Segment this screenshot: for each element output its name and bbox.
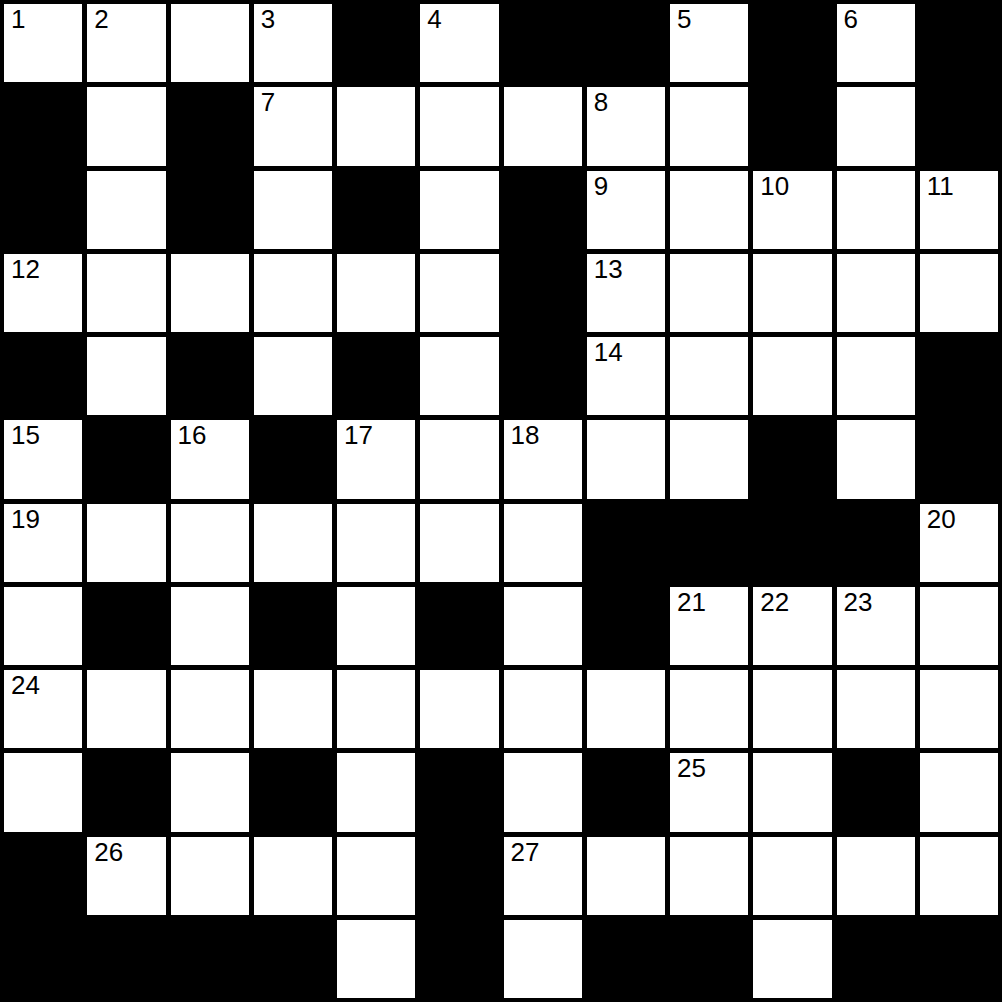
grid-cell[interactable] [670,837,748,915]
blocked-cell [837,753,915,831]
grid-cell[interactable]: 6 [837,4,915,82]
grid-cell[interactable]: 8 [587,87,665,165]
grid-cell[interactable]: 5 [670,4,748,82]
blocked-cell [87,920,165,998]
blocked-cell [254,420,332,498]
grid-cell[interactable]: 11 [920,171,998,249]
blocked-cell [920,4,998,82]
blocked-cell [171,337,249,415]
blocked-cell [670,504,748,582]
clue-number: 2 [94,5,108,35]
grid-cell[interactable] [254,254,332,332]
clue-number: 22 [760,588,789,618]
clue-number: 27 [511,838,540,868]
grid-cell[interactable] [670,670,748,748]
blocked-cell [504,254,582,332]
grid-cell[interactable] [87,87,165,165]
blocked-cell [837,504,915,582]
grid-cell[interactable] [837,171,915,249]
blocked-cell [670,920,748,998]
blocked-cell [4,920,82,998]
blocked-cell [87,420,165,498]
grid-cell[interactable] [504,87,582,165]
grid-cell[interactable] [171,587,249,665]
clue-number: 13 [594,255,623,285]
grid-cell[interactable] [837,670,915,748]
blocked-cell [254,920,332,998]
grid-cell[interactable]: 22 [753,587,831,665]
grid-cell[interactable] [337,504,415,582]
grid-cell[interactable] [4,587,82,665]
grid-cell[interactable] [670,337,748,415]
blocked-cell [4,837,82,915]
grid-cell[interactable] [87,670,165,748]
clue-number: 12 [11,255,40,285]
grid-cell[interactable] [420,254,498,332]
grid-cell[interactable] [920,670,998,748]
clue-number: 18 [511,421,540,451]
grid-cell[interactable] [753,337,831,415]
grid-cell[interactable] [337,587,415,665]
blocked-cell [753,504,831,582]
grid-cell[interactable] [920,753,998,831]
clue-number: 16 [178,421,207,451]
grid-cell[interactable] [920,837,998,915]
crossword-grid: 1234567891011121314151617181920212223242… [0,0,1002,1002]
clue-number: 6 [844,5,858,35]
grid-cell[interactable]: 17 [337,420,415,498]
clue-number: 21 [677,588,706,618]
blocked-cell [171,920,249,998]
blocked-cell [87,587,165,665]
blocked-cell [753,87,831,165]
grid-cell[interactable]: 27 [504,837,582,915]
blocked-cell [4,171,82,249]
clue-number: 9 [594,172,608,202]
clue-number: 1 [11,5,25,35]
clue-number: 19 [11,505,40,535]
clue-number: 10 [760,172,789,202]
grid-cell[interactable] [504,504,582,582]
clue-number: 15 [11,421,40,451]
grid-cell[interactable] [337,670,415,748]
grid-cell[interactable] [420,420,498,498]
clue-number: 8 [594,88,608,118]
clue-number: 14 [594,338,623,368]
blocked-cell [171,171,249,249]
blocked-cell [171,87,249,165]
grid-cell[interactable] [504,670,582,748]
grid-cell[interactable] [670,254,748,332]
grid-cell[interactable] [504,920,582,998]
grid-cell[interactable] [670,171,748,249]
grid-cell[interactable] [420,337,498,415]
blocked-cell [337,4,415,82]
blocked-cell [920,920,998,998]
blocked-cell [753,420,831,498]
blocked-cell [420,837,498,915]
grid-cell[interactable]: 14 [587,337,665,415]
blocked-cell [504,4,582,82]
grid-cell[interactable]: 13 [587,254,665,332]
blocked-cell [254,587,332,665]
grid-cell[interactable]: 26 [87,837,165,915]
grid-cell[interactable] [920,254,998,332]
clue-number: 3 [261,5,275,35]
grid-cell[interactable] [753,753,831,831]
blocked-cell [87,753,165,831]
grid-cell[interactable] [87,504,165,582]
grid-cell[interactable]: 25 [670,753,748,831]
grid-cell[interactable] [420,504,498,582]
grid-cell[interactable] [837,87,915,165]
grid-cell[interactable] [87,254,165,332]
grid-cell[interactable] [670,420,748,498]
grid-cell[interactable]: 24 [4,670,82,748]
clue-number: 25 [677,754,706,784]
grid-cell[interactable] [254,504,332,582]
grid-cell[interactable] [420,670,498,748]
blocked-cell [920,420,998,498]
grid-cell[interactable] [337,254,415,332]
grid-cell[interactable] [254,171,332,249]
grid-cell[interactable]: 2 [87,4,165,82]
crossword-puzzle: 1234567891011121314151617181920212223242… [0,0,1002,1002]
clue-number: 24 [11,671,40,701]
blocked-cell [420,920,498,998]
grid-cell[interactable] [753,920,831,998]
grid-cell[interactable]: 20 [920,504,998,582]
grid-cell[interactable] [753,837,831,915]
grid-cell[interactable] [587,420,665,498]
grid-cell[interactable] [420,171,498,249]
grid-cell[interactable] [670,87,748,165]
grid-cell[interactable] [837,420,915,498]
blocked-cell [587,504,665,582]
grid-cell[interactable]: 18 [504,420,582,498]
blocked-cell [254,753,332,831]
grid-cell[interactable] [920,587,998,665]
grid-cell[interactable]: 4 [420,4,498,82]
grid-cell[interactable] [171,254,249,332]
blocked-cell [504,337,582,415]
grid-cell[interactable] [587,837,665,915]
grid-cell[interactable] [87,337,165,415]
grid-cell[interactable] [254,670,332,748]
blocked-cell [4,87,82,165]
blocked-cell [920,87,998,165]
blocked-cell [504,171,582,249]
grid-cell[interactable]: 15 [4,420,82,498]
blocked-cell [420,587,498,665]
clue-number: 5 [677,5,691,35]
grid-cell[interactable] [837,837,915,915]
grid-cell[interactable]: 3 [254,4,332,82]
grid-cell[interactable]: 23 [837,587,915,665]
grid-cell[interactable] [753,670,831,748]
clue-number: 17 [344,421,373,451]
grid-cell[interactable] [254,337,332,415]
clue-number: 26 [94,838,123,868]
grid-cell[interactable]: 1 [4,4,82,82]
blocked-cell [4,337,82,415]
blocked-cell [587,587,665,665]
grid-cell[interactable]: 19 [4,504,82,582]
grid-cell[interactable]: 7 [254,87,332,165]
blocked-cell [837,920,915,998]
grid-cell[interactable] [87,171,165,249]
grid-cell[interactable] [420,87,498,165]
grid-cell[interactable] [587,670,665,748]
grid-cell[interactable]: 21 [670,587,748,665]
grid-cell[interactable]: 10 [753,171,831,249]
grid-cell[interactable]: 9 [587,171,665,249]
clue-number: 20 [927,505,956,535]
grid-cell[interactable] [753,254,831,332]
clue-number: 11 [927,172,954,202]
grid-cell[interactable]: 12 [4,254,82,332]
blocked-cell [587,753,665,831]
blocked-cell [587,920,665,998]
blocked-cell [420,753,498,831]
blocked-cell [753,4,831,82]
grid-cell[interactable] [337,753,415,831]
grid-cell[interactable] [337,920,415,998]
grid-cell[interactable] [171,670,249,748]
grid-cell[interactable] [171,4,249,82]
blocked-cell [920,337,998,415]
grid-cell[interactable] [337,837,415,915]
grid-cell[interactable] [504,753,582,831]
grid-cell[interactable]: 16 [171,420,249,498]
blocked-cell [587,4,665,82]
clue-number: 7 [261,88,275,118]
grid-cell[interactable] [504,587,582,665]
grid-cell[interactable] [4,753,82,831]
clue-number: 4 [427,5,441,35]
grid-cell[interactable] [837,337,915,415]
grid-cell[interactable] [254,837,332,915]
grid-cell[interactable] [837,254,915,332]
blocked-cell [337,337,415,415]
clue-number: 23 [844,588,873,618]
blocked-cell [337,171,415,249]
grid-cell[interactable] [171,504,249,582]
grid-cell[interactable] [171,753,249,831]
grid-cell[interactable] [171,837,249,915]
grid-cell[interactable] [337,87,415,165]
